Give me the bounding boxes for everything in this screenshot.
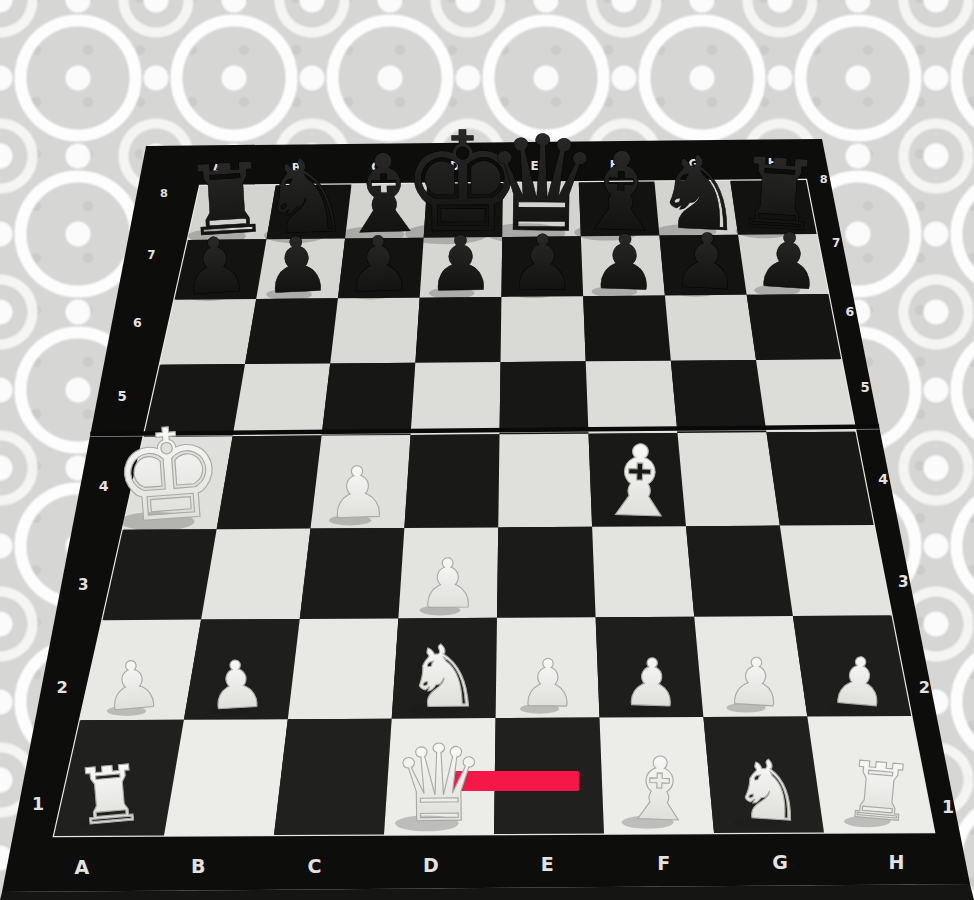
square-h3 — [780, 525, 892, 616]
black-pawn-e7: ♟ — [508, 218, 577, 308]
chess-board: AABBCCDDEEFFGGHH8877665544332211 ♜♞♝♚♛♝♞… — [0, 0, 974, 900]
white-knight-g1: ♞ — [730, 741, 809, 840]
white-pawn-e2: ♟ — [518, 644, 577, 721]
square-c5 — [322, 363, 416, 436]
file-label-bottom-a: A — [74, 856, 89, 878]
file-label-bottom-f: F — [657, 852, 670, 874]
rank-label-left-8: 8 — [160, 187, 168, 200]
square-c3 — [300, 528, 405, 619]
rank-label-right-4: 4 — [878, 471, 888, 487]
square-c1 — [274, 719, 392, 835]
white-pawn-h2: ♟ — [827, 641, 892, 722]
rank-label-left-6: 6 — [133, 315, 142, 330]
square-e3 — [497, 527, 596, 618]
file-label-bottom-b: B — [191, 855, 206, 877]
square-f3 — [592, 526, 694, 617]
square-c2 — [288, 618, 399, 719]
black-pawn-b7: ♟ — [261, 219, 333, 311]
rank-label-left-7: 7 — [147, 248, 156, 262]
black-pawn-d7: ♟ — [426, 219, 495, 309]
white-pawn-b2: ♟ — [205, 645, 268, 724]
square-e5 — [500, 361, 589, 434]
square-d5 — [411, 362, 501, 435]
square-g4 — [677, 432, 779, 526]
photo-scene: AABBCCDDEEFFGGHH8877665544332211 ♜♞♝♚♛♝♞… — [0, 0, 974, 900]
square-b5 — [233, 363, 331, 436]
file-label-bottom-c: C — [308, 855, 322, 877]
white-rook-h1: ♜ — [840, 744, 917, 840]
square-g3 — [686, 526, 793, 617]
file-label-bottom-d: D — [423, 854, 439, 876]
square-b1 — [164, 719, 288, 835]
rank-label-right-7: 7 — [832, 236, 841, 250]
white-pawn-d3: ♟ — [417, 544, 479, 624]
rank-label-right-6: 6 — [846, 304, 855, 319]
square-d4 — [404, 434, 499, 528]
black-pawn-c7: ♟ — [343, 219, 414, 310]
file-label-bottom-h: H — [888, 851, 904, 873]
rank-label-left-2: 2 — [56, 678, 68, 697]
rank-label-right-2: 2 — [919, 678, 931, 697]
file-label-bottom-g: G — [772, 851, 788, 873]
white-king-a4: ♚ — [107, 399, 230, 553]
file-label-bottom-e: E — [541, 853, 554, 875]
white-queen-d1: ♛ — [391, 722, 488, 846]
black-pawn-a7: ♟ — [178, 219, 252, 312]
white-pawn-a2: ♟ — [100, 645, 165, 726]
black-pawn-f7: ♟ — [589, 217, 660, 308]
black-pawn-g7: ♟ — [670, 215, 742, 307]
black-pawn-h7: ♟ — [751, 214, 825, 307]
white-pawn-c4: ♟ — [325, 451, 391, 535]
rank-label-right-5: 5 — [860, 380, 870, 395]
rank-label-right-1: 1 — [942, 797, 955, 817]
white-pawn-f2: ♟ — [621, 643, 682, 721]
rank-label-right-3: 3 — [898, 573, 909, 591]
white-knight-d2: ♞ — [405, 627, 483, 727]
white-bishop-f1: ♝ — [619, 738, 700, 841]
white-rook-a1: ♜ — [71, 747, 148, 843]
rank-label-left-4: 4 — [99, 478, 109, 494]
rank-label-left-5: 5 — [118, 389, 128, 404]
square-b4 — [217, 436, 322, 530]
rank-label-left-3: 3 — [78, 576, 89, 594]
square-h5 — [756, 359, 855, 432]
square-e4 — [498, 434, 592, 528]
rank-label-left-1: 1 — [32, 794, 45, 814]
white-pawn-g2: ♟ — [724, 642, 787, 721]
square-h4 — [766, 432, 873, 526]
white-bishop-f4: ♝ — [594, 423, 685, 540]
square-g5 — [671, 360, 767, 433]
